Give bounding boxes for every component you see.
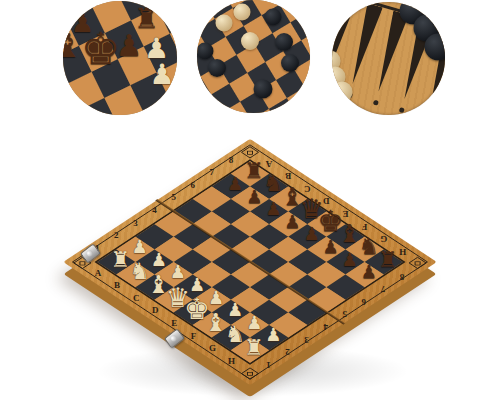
file-label: A <box>262 154 276 168</box>
file-label: F <box>186 330 200 344</box>
rank-label: 2 <box>281 343 295 357</box>
file-label: E <box>338 205 352 219</box>
checkers-disc-dark <box>197 42 213 59</box>
rank-label: 6 <box>186 180 200 194</box>
inset-piece-dark-rook: ♜ <box>134 5 159 33</box>
rank-label: 3 <box>300 330 314 344</box>
rank-label: 5 <box>338 305 352 319</box>
point-dot <box>373 100 379 106</box>
rank-label: 6 <box>357 293 371 307</box>
inset-piece-light-pawn: ♟ <box>150 61 175 89</box>
checkers-disc-light <box>241 32 259 50</box>
product-photo: ♟♝♚♟♜♟♟ 56 ♜♞♝♛♚♝♞♜♟♟♟♟♟♟♟♟♟♟♟♟♟♟♟♟♜♞♝♛♚… <box>0 0 500 400</box>
inset-chess-closeup: ♟♝♚♟♜♟♟ <box>63 1 177 115</box>
checkers-disc-dark <box>281 54 299 72</box>
file-label: D <box>319 192 333 206</box>
backgammon-checker-light <box>332 82 353 103</box>
folding-chess-board: ♜♞♝♛♚♝♞♜♟♟♟♟♟♟♟♟♟♟♟♟♟♟♟♟♜♞♝♛♚♝♞♜ AA11BB2… <box>118 130 382 394</box>
corner-ornament-inner <box>415 261 421 265</box>
file-label: H <box>395 243 409 257</box>
file-label: B <box>110 280 124 294</box>
rank-label: 8 <box>224 154 238 168</box>
latch-knob-icon <box>170 334 178 342</box>
rank-label: 4 <box>319 318 333 332</box>
file-label: D <box>148 305 162 319</box>
file-label: C <box>129 293 143 307</box>
checkers-disc-dark <box>275 33 293 51</box>
file-label: G <box>376 230 390 244</box>
backgammon-checker-dark <box>425 34 445 61</box>
file-label: A <box>91 267 105 281</box>
checkers-disc-light <box>216 14 233 31</box>
rank-label: 2 <box>110 230 124 244</box>
corner-ornament-inner <box>79 261 85 265</box>
file-label: C <box>300 180 314 194</box>
inset-checkers-closeup: 56 <box>197 0 310 113</box>
rank-label: 4 <box>148 205 162 219</box>
point-dot <box>399 107 405 113</box>
rank-label: 1 <box>262 356 276 370</box>
file-label: B <box>281 167 295 181</box>
checkers-disc-dark <box>253 80 272 99</box>
rank-label: 7 <box>376 280 390 294</box>
rank-label: 8 <box>395 267 409 281</box>
latch-knob-icon <box>86 249 94 257</box>
corner-ornament-inner <box>247 150 253 154</box>
inset-backgammon-closeup <box>332 2 445 115</box>
checkers-disc-dark <box>208 59 226 77</box>
inset-piece-dark-king: ♚ <box>81 27 120 71</box>
chess-board: ♜♞♝♛♚♝♞♜♟♟♟♟♟♟♟♟♟♟♟♟♟♟♟♟♜♞♝♛♚♝♞♜ AA11BB2… <box>63 139 436 385</box>
file-label: G <box>205 343 219 357</box>
rank-label: 3 <box>129 217 143 231</box>
checkers-disc-dark <box>264 8 281 25</box>
checkers-disc-light <box>234 4 251 21</box>
file-label: F <box>357 217 371 231</box>
inset-piece-dark-bishop: ♝ <box>63 28 83 62</box>
corner-ornament-inner <box>247 372 253 376</box>
file-label: H <box>224 356 238 370</box>
rank-label: 7 <box>205 167 219 181</box>
rank-label: 5 <box>167 192 181 206</box>
